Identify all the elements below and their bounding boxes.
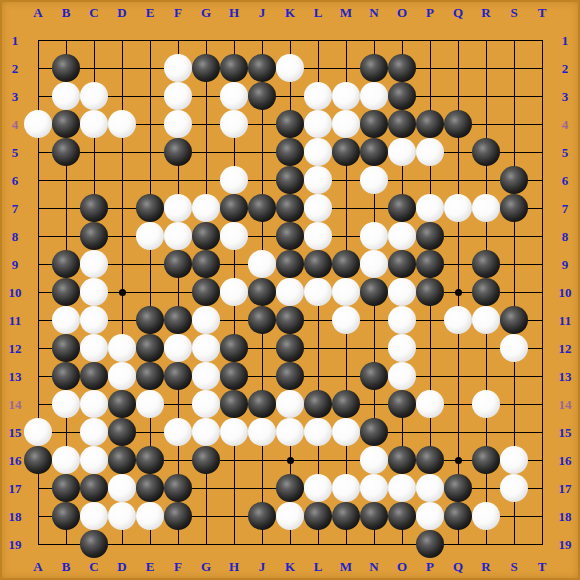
stone-white bbox=[164, 334, 192, 362]
stone-black bbox=[108, 418, 136, 446]
stone-black bbox=[248, 278, 276, 306]
go-client-window: AABBCCDDEEFFGGHHJJKKLLMMNNOOPPQQRRSSTT11… bbox=[0, 0, 580, 580]
row-label-right: 17 bbox=[559, 482, 572, 495]
stone-white bbox=[276, 502, 304, 530]
stone-white bbox=[248, 250, 276, 278]
stone-white bbox=[192, 334, 220, 362]
row-label-left: 19 bbox=[9, 538, 22, 551]
column-label-top: L bbox=[314, 6, 323, 19]
stone-black bbox=[164, 306, 192, 334]
stone-white bbox=[304, 222, 332, 250]
stone-white bbox=[276, 54, 304, 82]
stone-white bbox=[136, 222, 164, 250]
row-label-right: 2 bbox=[562, 62, 569, 75]
stone-white bbox=[332, 418, 360, 446]
row-label-right: 10 bbox=[559, 286, 572, 299]
stone-black bbox=[164, 474, 192, 502]
row-label-left: 3 bbox=[12, 90, 19, 103]
column-label-top: O bbox=[397, 6, 407, 19]
row-label-left: 4 bbox=[12, 118, 19, 131]
stone-white bbox=[108, 502, 136, 530]
stone-white bbox=[80, 306, 108, 334]
stone-black bbox=[360, 110, 388, 138]
stone-white bbox=[360, 250, 388, 278]
stone-white bbox=[220, 82, 248, 110]
stone-white bbox=[332, 474, 360, 502]
column-label-bottom: L bbox=[314, 560, 323, 573]
row-label-right: 3 bbox=[562, 90, 569, 103]
row-label-right: 12 bbox=[559, 342, 572, 355]
column-label-bottom: C bbox=[89, 560, 98, 573]
stone-black bbox=[192, 278, 220, 306]
stone-black bbox=[52, 250, 80, 278]
stone-black bbox=[388, 54, 416, 82]
column-label-bottom: K bbox=[285, 560, 295, 573]
stone-white bbox=[416, 502, 444, 530]
column-label-bottom: T bbox=[538, 560, 547, 573]
stone-black bbox=[52, 502, 80, 530]
stone-white bbox=[220, 222, 248, 250]
stone-white bbox=[304, 278, 332, 306]
column-label-top: J bbox=[259, 6, 266, 19]
stone-white bbox=[304, 418, 332, 446]
stone-black bbox=[388, 82, 416, 110]
row-label-left: 8 bbox=[12, 230, 19, 243]
column-label-top: C bbox=[89, 6, 98, 19]
column-label-top: R bbox=[481, 6, 490, 19]
stone-white bbox=[164, 222, 192, 250]
column-label-bottom: A bbox=[33, 560, 42, 573]
row-label-right: 1 bbox=[562, 34, 569, 47]
stone-black bbox=[500, 166, 528, 194]
stone-black bbox=[80, 474, 108, 502]
column-label-top: G bbox=[201, 6, 211, 19]
stone-white bbox=[416, 390, 444, 418]
stone-black bbox=[276, 194, 304, 222]
column-label-bottom: D bbox=[117, 560, 126, 573]
stone-black bbox=[136, 334, 164, 362]
column-label-bottom: H bbox=[229, 560, 239, 573]
stone-white bbox=[164, 110, 192, 138]
stone-black bbox=[276, 222, 304, 250]
stone-white bbox=[80, 446, 108, 474]
stone-white bbox=[108, 362, 136, 390]
stone-black bbox=[332, 502, 360, 530]
stone-black bbox=[164, 250, 192, 278]
column-label-top: D bbox=[117, 6, 126, 19]
star-point bbox=[455, 457, 462, 464]
stone-white bbox=[108, 474, 136, 502]
stone-black bbox=[416, 446, 444, 474]
column-label-top: M bbox=[340, 6, 352, 19]
stone-white bbox=[416, 138, 444, 166]
stone-white bbox=[52, 390, 80, 418]
column-label-bottom: R bbox=[481, 560, 490, 573]
stone-white bbox=[444, 306, 472, 334]
stone-black bbox=[276, 362, 304, 390]
stone-black bbox=[276, 334, 304, 362]
stone-black bbox=[360, 138, 388, 166]
stone-black bbox=[52, 362, 80, 390]
stone-black bbox=[444, 474, 472, 502]
stone-white bbox=[304, 138, 332, 166]
stone-black bbox=[388, 250, 416, 278]
stone-white bbox=[192, 194, 220, 222]
stone-white bbox=[360, 474, 388, 502]
stone-black bbox=[276, 474, 304, 502]
stone-black bbox=[416, 278, 444, 306]
stone-black bbox=[276, 250, 304, 278]
stone-black bbox=[248, 82, 276, 110]
column-label-top: P bbox=[426, 6, 434, 19]
stone-white bbox=[276, 418, 304, 446]
row-label-right: 8 bbox=[562, 230, 569, 243]
stone-black bbox=[332, 390, 360, 418]
star-point bbox=[455, 289, 462, 296]
stone-black bbox=[304, 250, 332, 278]
stone-black bbox=[248, 390, 276, 418]
column-label-bottom: P bbox=[426, 560, 434, 573]
stone-white bbox=[80, 390, 108, 418]
row-label-left: 2 bbox=[12, 62, 19, 75]
stone-black bbox=[192, 250, 220, 278]
stone-black bbox=[136, 194, 164, 222]
stone-black bbox=[248, 502, 276, 530]
stone-white bbox=[500, 446, 528, 474]
stone-black bbox=[276, 306, 304, 334]
column-label-top: A bbox=[33, 6, 42, 19]
row-label-right: 18 bbox=[559, 510, 572, 523]
row-label-left: 18 bbox=[9, 510, 22, 523]
row-label-left: 13 bbox=[9, 370, 22, 383]
stone-black bbox=[276, 110, 304, 138]
stone-black bbox=[52, 334, 80, 362]
row-label-left: 5 bbox=[12, 146, 19, 159]
stone-white bbox=[360, 446, 388, 474]
stone-white bbox=[80, 418, 108, 446]
stone-white bbox=[192, 418, 220, 446]
stone-white bbox=[192, 306, 220, 334]
row-label-right: 7 bbox=[562, 202, 569, 215]
row-label-left: 1 bbox=[12, 34, 19, 47]
stone-white bbox=[220, 110, 248, 138]
stone-white bbox=[52, 306, 80, 334]
stone-black bbox=[304, 390, 332, 418]
stone-black bbox=[220, 390, 248, 418]
stone-white bbox=[80, 82, 108, 110]
column-label-top: Q bbox=[453, 6, 463, 19]
column-label-top: H bbox=[229, 6, 239, 19]
stone-white bbox=[304, 474, 332, 502]
stone-black bbox=[388, 446, 416, 474]
stone-black bbox=[416, 222, 444, 250]
stone-black bbox=[192, 446, 220, 474]
column-label-bottom: J bbox=[259, 560, 266, 573]
stone-black bbox=[220, 194, 248, 222]
stone-white bbox=[444, 194, 472, 222]
column-label-bottom: S bbox=[510, 560, 517, 573]
stone-black bbox=[500, 194, 528, 222]
stone-white bbox=[388, 138, 416, 166]
column-label-top: E bbox=[146, 6, 155, 19]
stone-black bbox=[472, 138, 500, 166]
stone-black bbox=[220, 362, 248, 390]
stone-white bbox=[472, 502, 500, 530]
row-label-right: 14 bbox=[559, 398, 572, 411]
row-label-right: 6 bbox=[562, 174, 569, 187]
stone-white bbox=[108, 110, 136, 138]
stone-black bbox=[52, 138, 80, 166]
stone-white bbox=[472, 306, 500, 334]
stone-white bbox=[304, 166, 332, 194]
stone-white bbox=[80, 110, 108, 138]
stone-black bbox=[248, 54, 276, 82]
stone-black bbox=[444, 502, 472, 530]
stone-black bbox=[360, 54, 388, 82]
stone-white bbox=[388, 278, 416, 306]
stone-white bbox=[388, 222, 416, 250]
stone-white bbox=[192, 390, 220, 418]
row-label-right: 9 bbox=[562, 258, 569, 271]
stone-white bbox=[80, 334, 108, 362]
stone-white bbox=[388, 334, 416, 362]
row-label-left: 16 bbox=[9, 454, 22, 467]
row-label-right: 13 bbox=[559, 370, 572, 383]
row-label-right: 11 bbox=[559, 314, 571, 327]
stone-white bbox=[52, 82, 80, 110]
stone-black bbox=[276, 138, 304, 166]
stone-white bbox=[164, 194, 192, 222]
stone-white bbox=[52, 446, 80, 474]
column-label-bottom: O bbox=[397, 560, 407, 573]
row-label-left: 15 bbox=[9, 426, 22, 439]
stone-black bbox=[52, 110, 80, 138]
column-label-bottom: F bbox=[174, 560, 182, 573]
column-label-bottom: N bbox=[369, 560, 378, 573]
stone-black bbox=[164, 138, 192, 166]
column-label-top: B bbox=[62, 6, 71, 19]
grid-line-vertical bbox=[542, 40, 543, 545]
row-label-left: 9 bbox=[12, 258, 19, 271]
stone-black bbox=[472, 250, 500, 278]
stone-black bbox=[388, 502, 416, 530]
row-label-left: 11 bbox=[9, 314, 21, 327]
stone-white bbox=[276, 390, 304, 418]
stone-white bbox=[164, 82, 192, 110]
stone-white bbox=[304, 194, 332, 222]
stone-black bbox=[80, 530, 108, 558]
stone-black bbox=[164, 502, 192, 530]
stone-white bbox=[360, 222, 388, 250]
row-label-right: 15 bbox=[559, 426, 572, 439]
stone-black bbox=[388, 194, 416, 222]
stone-white bbox=[472, 194, 500, 222]
stone-white bbox=[304, 82, 332, 110]
stone-black bbox=[52, 278, 80, 306]
row-label-right: 4 bbox=[562, 118, 569, 131]
stone-black bbox=[136, 306, 164, 334]
stone-white bbox=[220, 166, 248, 194]
stone-white bbox=[276, 278, 304, 306]
row-label-left: 17 bbox=[9, 482, 22, 495]
column-label-top: F bbox=[174, 6, 182, 19]
stone-black bbox=[192, 222, 220, 250]
row-label-right: 16 bbox=[559, 454, 572, 467]
stone-black bbox=[332, 250, 360, 278]
stone-black bbox=[108, 390, 136, 418]
column-label-bottom: Q bbox=[453, 560, 463, 573]
star-point bbox=[119, 289, 126, 296]
stone-black bbox=[332, 138, 360, 166]
row-label-right: 5 bbox=[562, 146, 569, 159]
stone-white bbox=[220, 278, 248, 306]
stone-black bbox=[416, 110, 444, 138]
stone-black bbox=[136, 446, 164, 474]
column-label-bottom: M bbox=[340, 560, 352, 573]
stone-white bbox=[108, 334, 136, 362]
stone-black bbox=[444, 110, 472, 138]
stone-white bbox=[136, 502, 164, 530]
stone-white bbox=[332, 82, 360, 110]
stone-white bbox=[332, 278, 360, 306]
stone-black bbox=[360, 278, 388, 306]
stone-black bbox=[220, 334, 248, 362]
stone-white bbox=[416, 194, 444, 222]
column-label-bottom: E bbox=[146, 560, 155, 573]
stone-white bbox=[388, 306, 416, 334]
stone-black bbox=[360, 362, 388, 390]
stone-black bbox=[136, 362, 164, 390]
stone-black bbox=[472, 446, 500, 474]
stone-black bbox=[388, 110, 416, 138]
stone-white bbox=[80, 250, 108, 278]
stone-black bbox=[108, 446, 136, 474]
column-label-top: T bbox=[538, 6, 547, 19]
stone-black bbox=[248, 194, 276, 222]
stone-black bbox=[52, 474, 80, 502]
stone-black bbox=[248, 306, 276, 334]
row-label-left: 12 bbox=[9, 342, 22, 355]
row-label-left: 6 bbox=[12, 174, 19, 187]
column-label-top: S bbox=[510, 6, 517, 19]
stone-black bbox=[360, 502, 388, 530]
stone-white bbox=[472, 390, 500, 418]
stone-white bbox=[416, 474, 444, 502]
column-label-bottom: G bbox=[201, 560, 211, 573]
stone-black bbox=[388, 390, 416, 418]
stone-white bbox=[304, 110, 332, 138]
stone-black bbox=[472, 278, 500, 306]
stone-black bbox=[80, 362, 108, 390]
stone-black bbox=[416, 530, 444, 558]
stone-white bbox=[500, 474, 528, 502]
stone-black bbox=[304, 502, 332, 530]
stone-black bbox=[164, 362, 192, 390]
row-label-right: 19 bbox=[559, 538, 572, 551]
stone-white bbox=[164, 418, 192, 446]
stone-white bbox=[332, 110, 360, 138]
stone-black bbox=[24, 446, 52, 474]
stone-black bbox=[416, 250, 444, 278]
stone-white bbox=[80, 502, 108, 530]
stone-black bbox=[276, 166, 304, 194]
row-label-left: 7 bbox=[12, 202, 19, 215]
row-label-left: 14 bbox=[9, 398, 22, 411]
stone-black bbox=[136, 474, 164, 502]
grid-line-horizontal bbox=[38, 544, 543, 545]
row-label-left: 10 bbox=[9, 286, 22, 299]
column-label-top: N bbox=[369, 6, 378, 19]
stone-white bbox=[164, 54, 192, 82]
stone-white bbox=[136, 390, 164, 418]
stone-white bbox=[24, 418, 52, 446]
stone-white bbox=[24, 110, 52, 138]
stone-white bbox=[248, 418, 276, 446]
stone-white bbox=[220, 418, 248, 446]
stone-white bbox=[192, 362, 220, 390]
stone-white bbox=[388, 362, 416, 390]
column-label-bottom: B bbox=[62, 560, 71, 573]
stone-white bbox=[388, 474, 416, 502]
stone-white bbox=[80, 278, 108, 306]
stone-black bbox=[500, 306, 528, 334]
stone-black bbox=[220, 54, 248, 82]
stone-black bbox=[360, 418, 388, 446]
stone-white bbox=[360, 166, 388, 194]
stone-white bbox=[332, 306, 360, 334]
stone-black bbox=[192, 54, 220, 82]
stone-white bbox=[360, 82, 388, 110]
stone-black bbox=[80, 222, 108, 250]
star-point bbox=[287, 457, 294, 464]
stone-white bbox=[500, 334, 528, 362]
column-label-top: K bbox=[285, 6, 295, 19]
stone-black bbox=[52, 54, 80, 82]
stone-black bbox=[80, 194, 108, 222]
